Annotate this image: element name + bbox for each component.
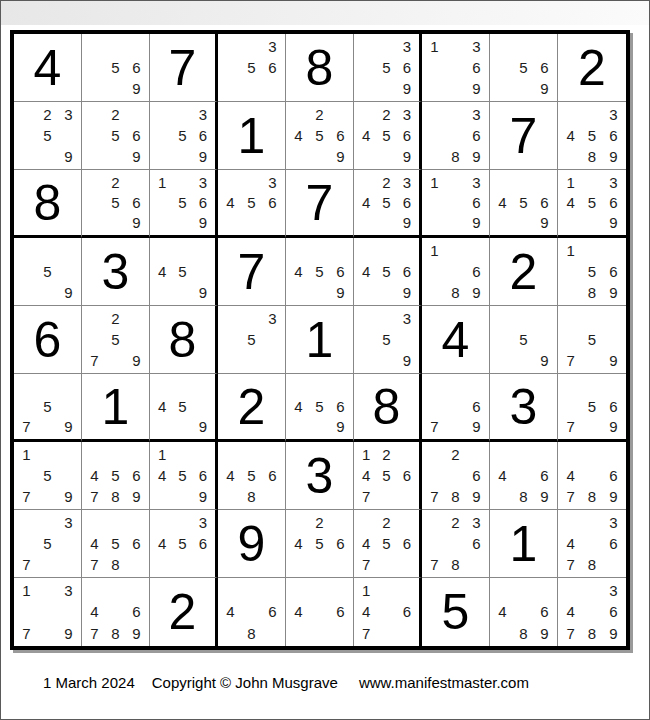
pencil-mark-pos-9: 9 (193, 486, 213, 507)
pencil-mark-pos-6: 6 (397, 125, 417, 146)
pencil-mark-pos-1 (220, 580, 241, 601)
pencil-mark-pos-7 (424, 282, 445, 303)
pencil-mark-pos-9: 9 (534, 623, 555, 644)
pencil-mark-pos-3: 3 (466, 104, 487, 125)
pencil-mark-pos-6 (58, 396, 79, 416)
pencil-mark-pos-6: 6 (126, 192, 147, 212)
solved-digit: 8 (14, 170, 81, 235)
pencil-mark-pos-8 (376, 282, 396, 303)
pencil-mark-pos-8 (376, 213, 396, 233)
pencil-mark-pos-1 (560, 512, 581, 533)
pencil-mark-pos-2 (172, 512, 192, 533)
pencil-mark-pos-5: 5 (172, 261, 192, 282)
solved-digit: 7 (150, 34, 215, 101)
pencil-mark-pos-6: 6 (262, 192, 283, 212)
pencil-mark-pos-9 (397, 486, 417, 507)
pencil-mark-pos-2: 2 (309, 512, 330, 533)
pencil-marks: 24569 (288, 104, 351, 167)
pencil-mark-pos-8 (37, 486, 58, 507)
pencil-mark-pos-6: 6 (126, 57, 147, 78)
pencil-mark-pos-8 (241, 213, 262, 233)
pencil-mark-pos-5 (445, 57, 466, 78)
pencil-mark-pos-5 (105, 601, 126, 622)
pencil-mark-pos-7: 7 (16, 554, 37, 575)
pencil-mark-pos-5 (445, 465, 466, 486)
cell-r8c5: 2456 (286, 510, 354, 578)
pencil-mark-pos-7: 7 (84, 350, 105, 371)
pencil-mark-pos-3 (534, 308, 555, 329)
pencil-marks: 46 (288, 580, 351, 644)
pencil-mark-pos-7 (424, 213, 445, 233)
pencil-mark-pos-3 (126, 104, 147, 125)
pencil-mark-pos-7: 7 (356, 554, 376, 575)
pencil-mark-pos-5: 5 (513, 329, 534, 350)
pencil-mark-pos-8 (172, 282, 192, 303)
pencil-mark-pos-9 (58, 554, 79, 575)
pencil-mark-pos-6: 6 (330, 261, 351, 282)
pencil-mark-pos-2 (581, 308, 602, 329)
pencil-mark-pos-4: 4 (356, 261, 376, 282)
pencil-mark-pos-2 (241, 580, 262, 601)
pencil-mark-pos-5 (581, 533, 602, 554)
pencil-mark-pos-1 (152, 512, 172, 533)
pencil-mark-pos-1: 1 (424, 240, 445, 261)
cell-r9c6: 1467 (354, 578, 422, 646)
pencil-mark-pos-8 (37, 417, 58, 437)
pencil-mark-pos-6: 6 (126, 125, 147, 146)
pencil-mark-pos-2: 2 (105, 308, 126, 329)
pencil-mark-pos-9 (262, 350, 283, 371)
pencil-mark-pos-5: 5 (581, 329, 602, 350)
pencil-mark-pos-4: 4 (356, 192, 376, 212)
pencil-mark-pos-2 (37, 580, 58, 601)
pencil-mark-pos-4 (152, 192, 172, 212)
pencil-mark-pos-4: 4 (220, 601, 241, 622)
pencil-mark-pos-2: 2 (376, 512, 396, 533)
pencil-mark-pos-8 (172, 554, 192, 575)
cell-r1c6: 3569 (354, 34, 422, 102)
pencil-mark-pos-4 (16, 601, 37, 622)
page: 4569735683569136956922359256935691245692… (0, 0, 650, 720)
pencil-mark-pos-1 (16, 240, 37, 261)
pencil-mark-pos-2 (513, 444, 534, 465)
pencil-mark-pos-3: 3 (193, 172, 213, 192)
solved-digit: 2 (218, 374, 285, 439)
pencil-mark-pos-2 (241, 36, 262, 57)
solved-digit: 3 (490, 374, 557, 439)
pencil-marks: 15689 (560, 240, 624, 303)
pencil-mark-pos-4: 4 (152, 396, 172, 416)
pencil-mark-pos-5: 5 (309, 396, 330, 416)
pencil-mark-pos-3 (603, 240, 624, 261)
pencil-mark-pos-8 (105, 350, 126, 371)
pencil-mark-pos-5 (241, 601, 262, 622)
pencil-mark-pos-4 (16, 533, 37, 554)
pencil-mark-pos-1 (356, 308, 376, 329)
solved-digit: 5 (422, 578, 489, 646)
pencil-marks: 13569 (152, 172, 213, 233)
cell-r8c6: 24567 (354, 510, 422, 578)
pencil-mark-pos-1 (152, 376, 172, 396)
pencil-mark-pos-8 (309, 554, 330, 575)
pencil-mark-pos-7: 7 (84, 623, 105, 644)
pencil-mark-pos-1 (356, 512, 376, 533)
pencil-mark-pos-7 (16, 146, 37, 167)
cell-r6c1: 579 (14, 374, 82, 442)
pencil-mark-pos-2 (37, 444, 58, 465)
pencil-mark-pos-1 (220, 36, 241, 57)
pencil-mark-pos-2: 2 (105, 172, 126, 192)
pencil-mark-pos-2 (309, 580, 330, 601)
pencil-mark-pos-5: 5 (37, 533, 58, 554)
cell-r1c7: 1369 (422, 34, 490, 102)
pencil-mark-pos-7 (288, 146, 309, 167)
pencil-mark-pos-1: 1 (424, 172, 445, 192)
pencil-mark-pos-2 (376, 240, 396, 261)
pencil-mark-pos-9 (193, 554, 213, 575)
solved-digit: 1 (490, 510, 557, 577)
pencil-mark-pos-1: 1 (356, 580, 376, 601)
footer-website: www.manifestmaster.com (359, 674, 529, 691)
pencil-mark-pos-4: 4 (288, 125, 309, 146)
pencil-mark-pos-9 (262, 78, 283, 99)
pencil-mark-pos-2: 2 (376, 172, 396, 192)
cell-r1c5: 8 (286, 34, 354, 102)
pencil-mark-pos-2: 2 (445, 444, 466, 465)
pencil-mark-pos-8: 8 (105, 623, 126, 644)
pencil-mark-pos-8 (513, 78, 534, 99)
cell-r7c6: 124567 (354, 442, 422, 510)
pencil-mark-pos-2 (105, 580, 126, 601)
pencil-marks: 569 (84, 36, 147, 99)
pencil-marks: 3456 (152, 512, 213, 575)
pencil-marks: 2456 (288, 512, 351, 575)
cell-r6c7: 679 (422, 374, 490, 442)
pencil-mark-pos-3: 3 (397, 172, 417, 192)
pencil-mark-pos-9: 9 (603, 350, 624, 371)
pencil-mark-pos-9 (262, 486, 283, 507)
pencil-mark-pos-9: 9 (534, 78, 555, 99)
pencil-mark-pos-6: 6 (126, 465, 147, 486)
pencil-mark-pos-8 (241, 350, 262, 371)
footer-copyright: Copyright © John Musgrave (152, 674, 338, 691)
pencil-mark-pos-3 (466, 376, 487, 396)
pencil-mark-pos-7: 7 (84, 554, 105, 575)
pencil-mark-pos-4: 4 (84, 465, 105, 486)
pencil-mark-pos-4: 4 (560, 192, 581, 212)
pencil-mark-pos-7 (492, 350, 513, 371)
pencil-mark-pos-2: 2 (37, 104, 58, 125)
pencil-mark-pos-6: 6 (193, 533, 213, 554)
pencil-mark-pos-4: 4 (356, 601, 376, 622)
pencil-mark-pos-1 (288, 376, 309, 396)
pencil-mark-pos-7 (356, 350, 376, 371)
pencil-mark-pos-9: 9 (126, 486, 147, 507)
pencil-mark-pos-7 (152, 213, 172, 233)
cell-r5c4: 35 (218, 306, 286, 374)
pencil-mark-pos-6: 6 (603, 533, 624, 554)
cell-r7c2: 456789 (82, 442, 150, 510)
pencil-mark-pos-6 (58, 465, 79, 486)
pencil-mark-pos-2 (376, 580, 396, 601)
pencil-mark-pos-1 (220, 444, 241, 465)
pencil-mark-pos-5: 5 (309, 533, 330, 554)
pencil-marks: 4569 (288, 376, 351, 437)
solved-digit: 3 (286, 442, 353, 509)
solved-digit: 4 (422, 306, 489, 373)
pencil-mark-pos-7 (152, 554, 172, 575)
pencil-mark-pos-2 (445, 36, 466, 57)
cell-r1c2: 569 (82, 34, 150, 102)
pencil-marks: 456789 (84, 444, 147, 507)
cell-r3c2: 2569 (82, 170, 150, 238)
pencil-mark-pos-5: 5 (376, 192, 396, 212)
cell-r8c7: 23678 (422, 510, 490, 578)
pencil-mark-pos-2 (581, 172, 602, 192)
pencil-mark-pos-9: 9 (603, 486, 624, 507)
pencil-mark-pos-9 (126, 554, 147, 575)
pencil-mark-pos-6 (534, 329, 555, 350)
pencil-mark-pos-1 (84, 308, 105, 329)
pencil-marks: 4569 (356, 240, 417, 303)
pencil-marks: 134569 (560, 172, 624, 233)
pencil-mark-pos-4: 4 (560, 465, 581, 486)
pencil-mark-pos-3: 3 (466, 36, 487, 57)
pencil-mark-pos-5: 5 (513, 57, 534, 78)
cell-r4c8: 2 (490, 238, 558, 306)
pencil-mark-pos-1 (84, 512, 105, 533)
pencil-mark-pos-6: 6 (466, 396, 487, 416)
pencil-mark-pos-6 (193, 261, 213, 282)
cell-r4c4: 7 (218, 238, 286, 306)
pencil-mark-pos-9: 9 (534, 213, 555, 233)
pencil-mark-pos-9: 9 (603, 417, 624, 437)
pencil-mark-pos-6 (262, 329, 283, 350)
pencil-mark-pos-1 (560, 308, 581, 329)
cell-r2c9: 345689 (558, 102, 626, 170)
pencil-mark-pos-4 (424, 261, 445, 282)
pencil-mark-pos-9: 9 (397, 213, 417, 233)
pencil-mark-pos-1 (84, 444, 105, 465)
cell-r6c3: 459 (150, 374, 218, 442)
pencil-mark-pos-1 (288, 512, 309, 533)
pencil-mark-pos-1 (152, 104, 172, 125)
pencil-mark-pos-3 (330, 512, 351, 533)
pencil-marks: 359 (356, 308, 417, 371)
pencil-marks: 3456 (220, 172, 283, 233)
pencil-mark-pos-8 (445, 417, 466, 437)
pencil-mark-pos-6: 6 (603, 396, 624, 416)
cell-r7c4: 4568 (218, 442, 286, 510)
pencil-mark-pos-8 (445, 213, 466, 233)
pencil-mark-pos-1 (424, 104, 445, 125)
cell-r5c9: 579 (558, 306, 626, 374)
pencil-mark-pos-3: 3 (262, 308, 283, 329)
pencil-mark-pos-4 (220, 329, 241, 350)
cell-r5c5: 1 (286, 306, 354, 374)
pencil-mark-pos-5: 5 (376, 465, 396, 486)
pencil-mark-pos-4: 4 (356, 533, 376, 554)
pencil-mark-pos-2 (172, 240, 192, 261)
cell-r9c7: 5 (422, 578, 490, 646)
pencil-mark-pos-1: 1 (424, 36, 445, 57)
pencil-mark-pos-7 (288, 554, 309, 575)
pencil-mark-pos-4: 4 (560, 533, 581, 554)
cell-r1c4: 356 (218, 34, 286, 102)
cell-r6c9: 5679 (558, 374, 626, 442)
pencil-mark-pos-4 (424, 192, 445, 212)
pencil-mark-pos-9: 9 (58, 146, 79, 167)
pencil-mark-pos-2 (513, 36, 534, 57)
pencil-mark-pos-2 (37, 376, 58, 396)
pencil-mark-pos-6: 6 (603, 465, 624, 486)
pencil-mark-pos-8 (309, 146, 330, 167)
pencil-mark-pos-8 (309, 282, 330, 303)
solved-digit: 8 (150, 306, 215, 373)
pencil-marks: 35 (220, 308, 283, 371)
cell-r6c6: 8 (354, 374, 422, 442)
pencil-mark-pos-9: 9 (603, 146, 624, 167)
cell-r4c1: 59 (14, 238, 82, 306)
pencil-mark-pos-4 (16, 125, 37, 146)
pencil-marks: 34678 (560, 512, 624, 575)
cell-r3c5: 7 (286, 170, 354, 238)
pencil-mark-pos-3 (330, 376, 351, 396)
pencil-mark-pos-5: 5 (37, 465, 58, 486)
pencil-mark-pos-4: 4 (560, 601, 581, 622)
pencil-mark-pos-9 (603, 554, 624, 575)
pencil-mark-pos-6: 6 (466, 192, 487, 212)
pencil-mark-pos-9: 9 (126, 146, 147, 167)
pencil-mark-pos-7 (84, 78, 105, 99)
pencil-mark-pos-2 (445, 376, 466, 396)
footer-date: 1 March 2024 (43, 674, 135, 691)
pencil-mark-pos-2 (376, 36, 396, 57)
pencil-mark-pos-5 (445, 396, 466, 416)
pencil-mark-pos-8 (513, 213, 534, 233)
pencil-mark-pos-8 (37, 554, 58, 575)
pencil-mark-pos-8 (581, 350, 602, 371)
pencil-mark-pos-1 (84, 104, 105, 125)
pencil-mark-pos-7: 7 (16, 623, 37, 644)
pencil-mark-pos-4: 4 (492, 465, 513, 486)
pencil-mark-pos-8 (37, 282, 58, 303)
pencil-mark-pos-7 (492, 486, 513, 507)
pencil-mark-pos-3 (534, 580, 555, 601)
pencil-marks: 23678 (424, 512, 487, 575)
pencil-mark-pos-3: 3 (603, 580, 624, 601)
pencil-mark-pos-7 (288, 623, 309, 644)
pencil-mark-pos-3 (58, 240, 79, 261)
pencil-mark-pos-3 (330, 240, 351, 261)
pencil-mark-pos-2: 2 (309, 104, 330, 125)
cell-r3c7: 1369 (422, 170, 490, 238)
pencil-mark-pos-4: 4 (152, 261, 172, 282)
pencil-mark-pos-1 (560, 376, 581, 396)
pencil-mark-pos-6: 6 (466, 125, 487, 146)
solved-digit: 1 (286, 306, 353, 373)
solved-digit: 2 (558, 34, 626, 101)
pencil-mark-pos-3: 3 (466, 512, 487, 533)
pencil-mark-pos-9: 9 (397, 146, 417, 167)
pencil-mark-pos-3 (262, 580, 283, 601)
pencil-mark-pos-8: 8 (105, 486, 126, 507)
pencil-mark-pos-2 (241, 308, 262, 329)
pencil-mark-pos-5 (513, 465, 534, 486)
pencil-mark-pos-6: 6 (126, 533, 147, 554)
pencil-mark-pos-3: 3 (58, 104, 79, 125)
pencil-mark-pos-1 (288, 580, 309, 601)
solved-digit: 2 (150, 578, 215, 646)
pencil-mark-pos-4: 4 (220, 465, 241, 486)
pencil-mark-pos-7: 7 (424, 417, 445, 437)
pencil-mark-pos-6: 6 (603, 192, 624, 212)
pencil-mark-pos-3: 3 (262, 172, 283, 192)
pencil-mark-pos-1 (16, 104, 37, 125)
cell-r8c1: 357 (14, 510, 82, 578)
solved-digit: 3 (82, 238, 149, 305)
pencil-marks: 3689 (424, 104, 487, 167)
pencil-mark-pos-9: 9 (534, 486, 555, 507)
pencil-mark-pos-8 (309, 417, 330, 437)
pencil-mark-pos-5: 5 (376, 329, 396, 350)
pencil-mark-pos-2 (37, 512, 58, 533)
pencil-mark-pos-6: 6 (603, 261, 624, 282)
cell-r8c9: 34678 (558, 510, 626, 578)
pencil-mark-pos-7 (84, 213, 105, 233)
pencil-mark-pos-7 (492, 623, 513, 644)
pencil-mark-pos-1 (356, 240, 376, 261)
cell-r2c6: 234569 (354, 102, 422, 170)
pencil-mark-pos-8: 8 (241, 486, 262, 507)
pencil-mark-pos-5: 5 (37, 261, 58, 282)
pencil-marks: 4569 (492, 172, 555, 233)
pencil-mark-pos-1 (16, 376, 37, 396)
pencil-mark-pos-5: 5 (581, 396, 602, 416)
cell-r3c8: 4569 (490, 170, 558, 238)
pencil-mark-pos-4: 4 (152, 533, 172, 554)
pencil-mark-pos-3 (126, 444, 147, 465)
pencil-mark-pos-8: 8 (445, 146, 466, 167)
pencil-mark-pos-3: 3 (193, 104, 213, 125)
cell-r8c4: 9 (218, 510, 286, 578)
pencil-mark-pos-3 (534, 444, 555, 465)
pencil-mark-pos-2 (172, 104, 192, 125)
pencil-marks: 124567 (356, 444, 417, 507)
pencil-mark-pos-3 (58, 444, 79, 465)
pencil-mark-pos-4 (16, 396, 37, 416)
pencil-marks: 26789 (424, 444, 487, 507)
pencil-mark-pos-5 (445, 533, 466, 554)
pencil-mark-pos-2 (241, 444, 262, 465)
pencil-mark-pos-6 (58, 601, 79, 622)
cell-r5c8: 59 (490, 306, 558, 374)
cell-r5c7: 4 (422, 306, 490, 374)
pencil-mark-pos-8: 8 (445, 282, 466, 303)
pencil-mark-pos-7 (492, 78, 513, 99)
pencil-mark-pos-5: 5 (172, 465, 192, 486)
pencil-mark-pos-8 (241, 78, 262, 99)
pencil-mark-pos-6: 6 (466, 533, 487, 554)
pencil-mark-pos-4 (424, 533, 445, 554)
pencil-mark-pos-6: 6 (466, 465, 487, 486)
pencil-mark-pos-7 (288, 282, 309, 303)
pencil-marks: 679 (424, 376, 487, 437)
pencil-mark-pos-9 (330, 623, 351, 644)
cell-r7c3: 14569 (150, 442, 218, 510)
cell-r1c1: 4 (14, 34, 82, 102)
sudoku-board: 4569735683569136956922359256935691245692… (10, 30, 630, 650)
